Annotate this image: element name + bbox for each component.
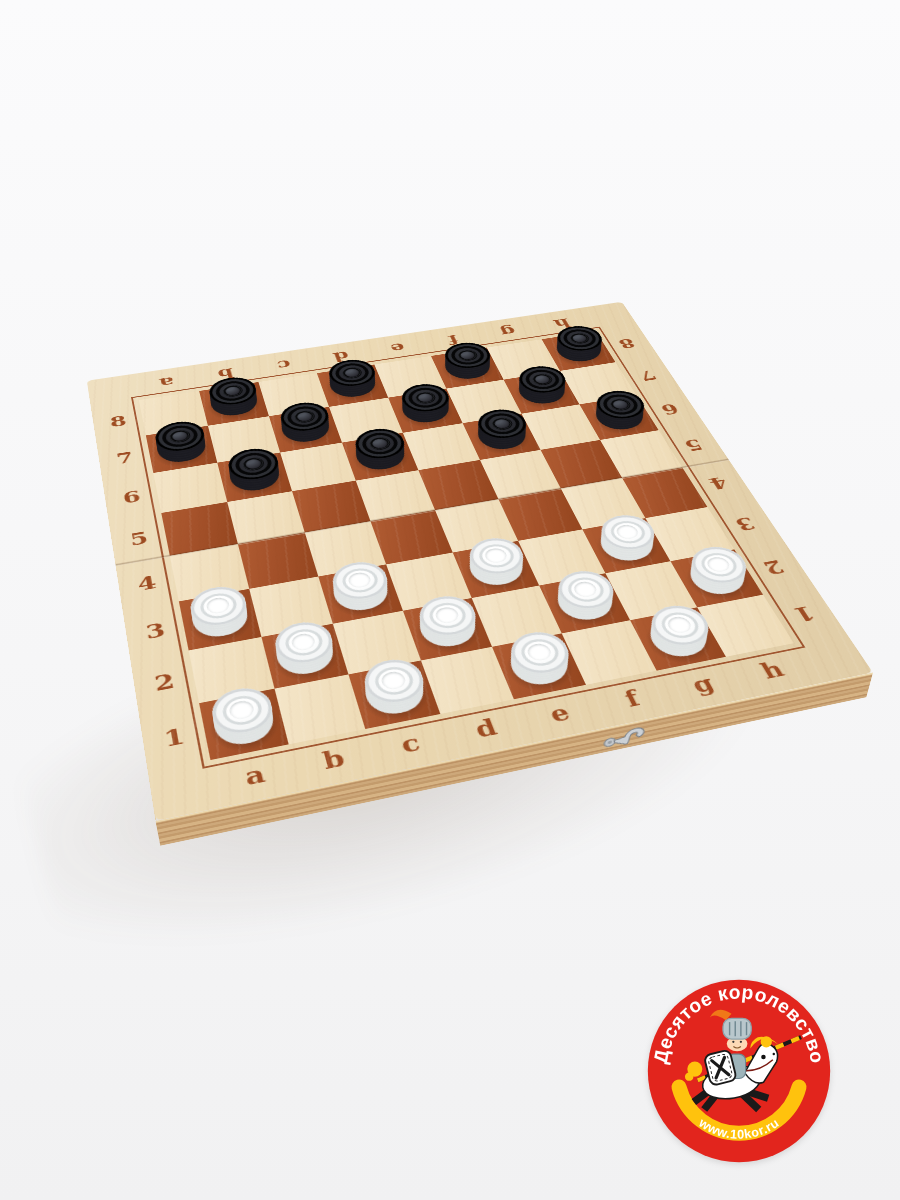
rank-label-left-2: 2 — [140, 663, 189, 702]
square-b5[interactable] — [227, 491, 305, 544]
rank-label-right-2: 2 — [747, 551, 801, 584]
rank-label-left-1: 1 — [149, 716, 200, 758]
piece-white-a1[interactable] — [210, 697, 277, 751]
piece-white-d2[interactable] — [414, 605, 481, 652]
horse-forelock — [761, 1036, 772, 1047]
piece-white-e3[interactable] — [463, 548, 528, 591]
rank-label-left-5: 5 — [117, 523, 161, 555]
brand-badge: Десятое королевство www.10kor.ru — [645, 977, 833, 1165]
piece-white-e1[interactable] — [503, 641, 574, 691]
file-label-near-h: h — [743, 651, 801, 689]
piece-white-b2[interactable] — [272, 631, 338, 680]
file-label-near-c: c — [383, 723, 438, 766]
square-b4[interactable] — [238, 532, 318, 588]
rank-label-left-4: 4 — [124, 566, 170, 600]
piece-white-c3[interactable] — [329, 571, 393, 616]
file-label-near-a: a — [228, 754, 282, 798]
piece-white-c1[interactable] — [360, 669, 429, 721]
square-d1[interactable] — [421, 647, 514, 714]
file-label-near-g: g — [674, 665, 732, 704]
horse-tail-tip — [685, 1072, 693, 1080]
horse-nostril — [773, 1053, 775, 1055]
rank-label-right-1: 1 — [776, 596, 832, 631]
checkers-board: 8877665544332211aabbccddeeffgghh — [87, 302, 873, 821]
file-label-near-d: d — [458, 708, 514, 750]
piece-white-a3[interactable] — [189, 596, 251, 642]
file-label-near-e: e — [532, 693, 589, 734]
piece-white-f2[interactable] — [550, 580, 619, 625]
rank-label-right-3: 3 — [719, 508, 771, 539]
square-d4[interactable] — [370, 510, 452, 564]
square-a5[interactable] — [161, 502, 238, 556]
latch-hook — [613, 727, 644, 747]
horse-eye — [761, 1055, 766, 1060]
file-label-near-b: b — [306, 738, 361, 781]
product-photo: 8877665544332211aabbccddeeffgghh — [0, 0, 900, 1200]
rank-label-left-3: 3 — [132, 613, 179, 649]
file-label-near-f: f — [604, 679, 661, 719]
square-b1[interactable] — [275, 674, 366, 744]
square-f1[interactable] — [562, 620, 657, 685]
